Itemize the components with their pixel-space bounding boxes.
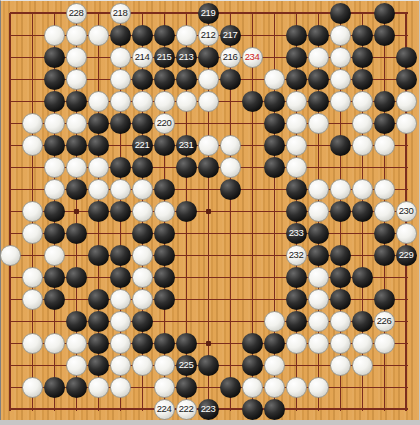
stone-black [88,113,109,134]
stone-black [308,223,329,244]
stone-white-move-226: 226 [374,311,395,332]
stone-black-move-231: 231 [176,135,197,156]
stone-black [220,377,241,398]
stone-black [44,91,65,112]
stone-black [286,25,307,46]
stone-white [352,179,373,200]
stone-black [110,245,131,266]
stone-white [44,179,65,200]
stone-white [110,69,131,90]
stone-white [198,91,219,112]
stone-black [176,157,197,178]
stone-black [66,91,87,112]
stone-black [154,245,175,266]
stone-white [110,333,131,354]
stone-white [110,377,131,398]
stone-black [88,201,109,222]
stone-black [44,135,65,156]
stone-black [374,113,395,134]
stone-white-move-232: 232 [286,245,307,266]
stone-white [286,157,307,178]
stone-black [176,333,197,354]
stone-black [286,311,307,332]
stone-white [88,179,109,200]
move-number: 230 [399,206,413,216]
stone-black [198,355,219,376]
stone-white [132,267,153,288]
stone-white [264,69,285,90]
stone-black [66,179,87,200]
stone-black [44,267,65,288]
move-number: 223 [201,404,215,414]
stone-white [198,69,219,90]
stone-black [374,91,395,112]
stone-black [132,69,153,90]
star-point [206,341,211,346]
stone-white [330,311,351,332]
stone-black [330,267,351,288]
stone-white [132,289,153,310]
stone-black [264,135,285,156]
move-number: 214 [135,52,149,62]
stone-black [44,223,65,244]
move-number: 226 [377,316,391,326]
stone-black [352,47,373,68]
stone-black [308,69,329,90]
stone-black [330,201,351,222]
stone-black [352,267,373,288]
move-number: 219 [201,8,215,18]
stone-white [66,157,87,178]
stone-white [374,179,395,200]
move-number: 216 [223,52,237,62]
stone-white [330,179,351,200]
stone-black [44,377,65,398]
stone-white [308,47,329,68]
stone-white [154,377,175,398]
move-number: 232 [289,250,303,260]
stone-black [396,69,417,90]
stone-black [330,3,351,24]
stone-white-move-218: 218 [110,3,131,24]
stone-black [154,25,175,46]
stone-black [132,333,153,354]
stone-white [44,157,65,178]
stone-black [330,245,351,266]
stone-black-move-217: 217 [220,25,241,46]
stone-black [132,157,153,178]
stone-white [352,333,373,354]
stone-white-move-214: 214 [132,47,153,68]
stone-white [308,333,329,354]
grid-line-vertical [9,13,11,411]
stone-black [88,289,109,310]
stone-black [154,289,175,310]
stone-black-move-221: 221 [132,135,153,156]
stone-white [22,333,43,354]
stone-white [286,377,307,398]
stone-white [264,355,285,376]
star-point [74,209,79,214]
stone-black [330,135,351,156]
stone-white [286,91,307,112]
stone-white [22,223,43,244]
stone-white [330,355,351,376]
stone-black [176,69,197,90]
stone-black [132,223,153,244]
stone-black [286,47,307,68]
stone-black-move-225: 225 [176,355,197,376]
stone-black [308,25,329,46]
stone-white [352,355,373,376]
stone-white [396,223,417,244]
stone-white [330,91,351,112]
stone-white [308,377,329,398]
stone-white-move-222: 222 [176,399,197,420]
stone-black [242,333,263,354]
move-number: 231 [179,140,193,150]
stone-white-move-228: 228 [66,3,87,24]
stone-white-move-224: 224 [154,399,175,420]
move-number: 220 [157,118,171,128]
stone-black [88,245,109,266]
move-number: 228 [69,8,83,18]
stone-black [352,201,373,222]
stone-black [352,311,373,332]
move-number: 213 [179,52,193,62]
stone-white [132,179,153,200]
stone-black [154,223,175,244]
stone-white [286,333,307,354]
stone-black [286,179,307,200]
move-number: 225 [179,360,193,370]
stone-black [374,245,395,266]
stone-black [308,245,329,266]
stone-black [264,157,285,178]
stone-black [154,69,175,90]
stone-black [374,289,395,310]
stone-white [264,311,285,332]
stone-black [110,157,131,178]
stone-black [176,201,197,222]
stone-white [44,333,65,354]
stone-black [154,333,175,354]
stone-white [308,311,329,332]
stone-black [286,201,307,222]
stone-black-move-215: 215 [154,47,175,68]
stone-white [308,267,329,288]
stone-black [66,311,87,332]
move-number: 224 [157,404,171,414]
stone-white [44,113,65,134]
stone-black [396,47,417,68]
stone-white [22,113,43,134]
stone-white [330,47,351,68]
stone-white [220,135,241,156]
stone-black [242,91,263,112]
stone-white-move-234: 234 [242,47,263,68]
stone-black [88,135,109,156]
stone-black-move-213: 213 [176,47,197,68]
stone-black-move-229: 229 [396,245,417,266]
stone-black [132,25,153,46]
move-number: 221 [135,140,149,150]
move-number: 233 [289,228,303,238]
stone-white [22,377,43,398]
stone-white [352,135,373,156]
stone-white [154,91,175,112]
stone-black [264,91,285,112]
stone-black [66,135,87,156]
stone-white [176,25,197,46]
stone-black [352,25,373,46]
stone-white [22,289,43,310]
stone-white [110,91,131,112]
stone-white [22,201,43,222]
stone-white [132,355,153,376]
stone-white [88,25,109,46]
stone-black [66,223,87,244]
stone-white [154,201,175,222]
stone-black [176,377,197,398]
stone-white [374,201,395,222]
stone-black [264,113,285,134]
stone-white [176,91,197,112]
move-number: 222 [179,404,193,414]
stone-white [22,135,43,156]
stone-black [330,289,351,310]
stone-black [132,113,153,134]
stone-black [44,289,65,310]
stone-black [374,3,395,24]
stone-white [308,179,329,200]
stone-white [44,25,65,46]
stone-white [88,157,109,178]
move-number: 229 [399,250,413,260]
stone-black [154,179,175,200]
go-diagram-screenshot: { "game": "go", "board": { "size": 19, "… [0,0,420,425]
stone-white [88,91,109,112]
stone-white-move-216: 216 [220,47,241,68]
stone-white [110,311,131,332]
stone-white [330,25,351,46]
stone-white [220,157,241,178]
stone-black [154,135,175,156]
stone-white [198,135,219,156]
stone-black [88,333,109,354]
stone-black [308,91,329,112]
stone-black-move-223: 223 [198,399,219,420]
stone-white [352,113,373,134]
stone-black [110,25,131,46]
stone-white [66,25,87,46]
stone-white [308,113,329,134]
stone-black [154,267,175,288]
stone-white [352,91,373,112]
stone-black [44,47,65,68]
stone-white [66,69,87,90]
stone-white [396,113,417,134]
stone-white [264,377,285,398]
star-point [206,209,211,214]
stone-black [110,267,131,288]
stone-white [66,333,87,354]
stone-white [242,377,263,398]
stone-black [220,69,241,90]
stone-black [198,157,219,178]
stone-black [44,69,65,90]
stone-white [88,377,109,398]
stone-black [264,399,285,420]
stone-white-move-220: 220 [154,113,175,134]
stone-white-move-212: 212 [198,25,219,46]
move-number: 217 [223,30,237,40]
stone-white [132,91,153,112]
stone-black [286,289,307,310]
move-number: 212 [201,30,215,40]
stone-white [22,267,43,288]
stone-black-move-219: 219 [198,3,219,24]
stone-white [66,113,87,134]
stone-white [66,355,87,376]
stone-black [286,69,307,90]
stone-white [396,91,417,112]
go-board[interactable]: 2282182192122172142152132162342202212312… [0,0,419,420]
stone-black [66,377,87,398]
stone-black [374,25,395,46]
stone-black [374,223,395,244]
stone-white [110,355,131,376]
stone-black [88,311,109,332]
stone-white [0,245,21,266]
stone-white [308,201,329,222]
stone-white [330,333,351,354]
stone-white [132,201,153,222]
stone-white [44,245,65,266]
stone-white [132,245,153,266]
stone-white [374,135,395,156]
stone-white [110,179,131,200]
stone-black-move-233: 233 [286,223,307,244]
stone-white [374,333,395,354]
stone-black [110,201,131,222]
stone-black [264,333,285,354]
stone-black [110,113,131,134]
stone-white [308,289,329,310]
move-number: 215 [157,52,171,62]
stone-black [242,355,263,376]
stone-white [330,69,351,90]
stone-white [154,355,175,376]
stone-white [286,113,307,134]
stone-black [198,47,219,68]
stone-black [220,179,241,200]
stone-white [66,47,87,68]
stone-white [110,47,131,68]
stone-white [110,289,131,310]
stone-black [44,201,65,222]
stone-black [286,267,307,288]
stone-white [286,135,307,156]
stone-black [66,267,87,288]
last-move-number: 234 [245,52,259,62]
stone-black [132,311,153,332]
stone-black [352,69,373,90]
stone-black [88,355,109,376]
stone-white-move-230: 230 [396,201,417,222]
move-number: 218 [113,8,127,18]
stone-black [242,399,263,420]
